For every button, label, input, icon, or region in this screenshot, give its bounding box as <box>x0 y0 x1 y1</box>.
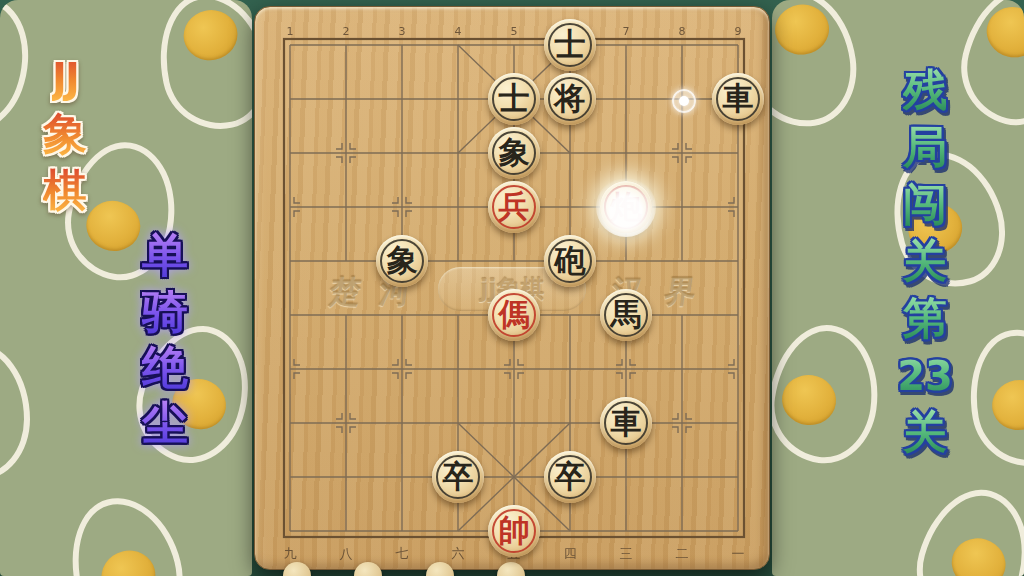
right-decor-panel: 残局闯关第23关 <box>772 0 1024 576</box>
file-numeral-9: 一 <box>729 545 747 563</box>
piece-character: 卒 <box>443 461 474 492</box>
file-numeral-3: 七 <box>393 545 411 563</box>
subtitle-char-3: 尘 <box>142 396 188 452</box>
piece-black-卒[interactable]: 卒 <box>432 451 484 503</box>
piece-character: 象 <box>499 137 530 168</box>
file-number-7: 7 <box>617 25 635 38</box>
xiangqi-board[interactable]: 123456789 九八七六五四三二一 楚 河 汉 界 jj象棋 士士将車象兵炮… <box>254 6 770 570</box>
logo-char-0: JJ <box>52 50 78 106</box>
puzzle-name-vertical-text: 单骑绝尘 <box>137 228 193 452</box>
title-char-2: 闯 <box>903 176 947 233</box>
avocado-drawing <box>147 0 252 140</box>
file-number-3: 3 <box>393 25 411 38</box>
piece-character: 兵 <box>499 191 530 222</box>
piece-black-馬[interactable]: 馬 <box>600 289 652 341</box>
piece-character: 卒 <box>555 461 586 492</box>
piece-red-炮[interactable]: 炮 <box>600 181 652 233</box>
subtitle-char-0: 单 <box>142 228 188 284</box>
avocado-drawing <box>949 0 1024 136</box>
piece-black-象[interactable]: 象 <box>376 235 428 287</box>
piece-black-士[interactable]: 士 <box>488 73 540 125</box>
piece-character: 車 <box>723 83 754 114</box>
app-logo-jj-xiangqi: JJ象棋 <box>37 50 93 218</box>
move-sparkle-marker <box>672 89 696 113</box>
piece-black-車[interactable]: 車 <box>712 73 764 125</box>
piece-red-帥[interactable]: 帥 <box>488 505 540 557</box>
logo-char-2: 棋 <box>43 162 87 218</box>
avocado-drawing <box>772 318 887 470</box>
piece-black-象[interactable]: 象 <box>488 127 540 179</box>
file-numeral-7: 三 <box>617 545 635 563</box>
left-decor-panel: JJ象棋 单骑绝尘 <box>0 0 252 576</box>
file-number-4: 4 <box>449 25 467 38</box>
river-text-jie: 界 <box>662 271 703 307</box>
file-number-8: 8 <box>673 25 691 38</box>
title-char-4: 第 <box>903 290 947 347</box>
file-numeral-2: 八 <box>337 545 355 563</box>
avocado-pit <box>772 1 832 58</box>
file-number-5: 5 <box>505 25 523 38</box>
piece-glow-effect <box>596 177 656 237</box>
file-numeral-8: 二 <box>673 545 691 563</box>
title-char-3: 关 <box>903 233 947 290</box>
app-screen: JJ象棋 单骑绝尘 残局闯关第23关 123456789 九八七六五四三二一 楚… <box>0 0 1024 576</box>
piece-character: 傌 <box>499 299 530 330</box>
avocado-pit <box>981 1 1024 63</box>
avocado-drawing <box>772 0 864 134</box>
piece-character: 象 <box>387 245 418 276</box>
avocado-drawing <box>903 477 1024 576</box>
file-numeral-4: 六 <box>449 545 467 563</box>
piece-character: 将 <box>555 83 586 114</box>
piece-character: 砲 <box>555 245 586 276</box>
avocado-pit <box>946 532 1012 576</box>
piece-character: 士 <box>499 83 530 114</box>
title-char-6: 关 <box>903 404 947 461</box>
file-number-2: 2 <box>337 25 355 38</box>
file-number-9: 9 <box>729 25 747 38</box>
piece-character: 馬 <box>611 299 642 330</box>
subtitle-char-1: 骑 <box>142 284 188 340</box>
piece-red-傌[interactable]: 傌 <box>488 289 540 341</box>
piece-black-砲[interactable]: 砲 <box>544 235 596 287</box>
piece-black-車[interactable]: 車 <box>600 397 652 449</box>
file-number-1: 1 <box>281 25 299 38</box>
piece-black-士[interactable]: 士 <box>544 19 596 71</box>
avocado-drawing <box>57 486 195 576</box>
title-char-0: 残 <box>903 62 947 119</box>
piece-black-卒[interactable]: 卒 <box>544 451 596 503</box>
level-title-vertical-text: 残局闯关第23关 <box>897 62 953 461</box>
avocado-pit <box>96 545 160 576</box>
title-char-5: 23 <box>897 347 953 404</box>
river-text-chu: 楚 <box>327 271 368 307</box>
file-numeral-1: 九 <box>281 545 299 563</box>
logo-char-1: 象 <box>43 106 87 162</box>
avocado-drawing <box>0 342 30 480</box>
title-char-1: 局 <box>903 119 947 176</box>
avocado-drawing <box>959 321 1024 476</box>
piece-character: 士 <box>555 29 586 60</box>
avocado-pit <box>179 5 242 65</box>
piece-character: 車 <box>611 407 642 438</box>
avocado-pit <box>779 371 839 428</box>
piece-character: 帥 <box>499 515 530 546</box>
piece-black-将[interactable]: 将 <box>544 73 596 125</box>
avocado-pit <box>988 376 1024 435</box>
file-numeral-6: 四 <box>561 545 579 563</box>
subtitle-char-2: 绝 <box>142 340 188 396</box>
piece-red-兵[interactable]: 兵 <box>488 181 540 233</box>
